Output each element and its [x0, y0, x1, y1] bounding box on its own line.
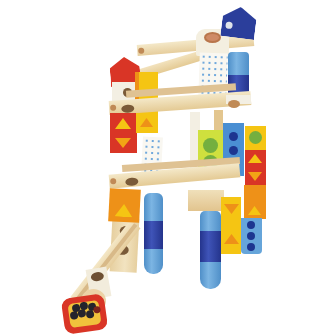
red-triangle-block: [245, 168, 266, 185]
pillar-left-top: [144, 193, 163, 222]
track-peg: [138, 47, 145, 54]
triangle-up: [114, 204, 133, 218]
pillar-center-bottom: [200, 262, 221, 289]
triangle-up: [224, 234, 239, 244]
pillar-left-middle: [144, 221, 163, 250]
red-triangle-block: [245, 150, 266, 168]
yellow-triangle-block: [136, 113, 158, 133]
marble-tray: [61, 293, 109, 335]
green-circle: [249, 131, 262, 144]
funnel-hole: [204, 32, 221, 43]
yellow-circle-block: [245, 126, 266, 150]
triangle-down: [248, 172, 262, 181]
triangle-down: [115, 138, 131, 148]
orange-block: [244, 185, 266, 202]
orange-triangle-block: [108, 188, 141, 223]
track-peg-dowel: [228, 100, 240, 108]
orange-triangle-block: [244, 202, 266, 219]
track-peg: [110, 104, 116, 110]
lightblue-dots-block: [241, 218, 262, 254]
yellow-triangle-block: [221, 197, 241, 254]
roof-peg: [225, 21, 233, 29]
triangle-up: [248, 154, 262, 163]
navy-roof-block: [220, 5, 258, 40]
base-block-wood: [188, 190, 224, 211]
blue-cylinder-block: [228, 52, 249, 76]
triangle-up: [248, 206, 261, 215]
pillar-left-bottom: [144, 249, 163, 274]
track-hole: [125, 177, 139, 186]
navy-dot: [247, 232, 255, 240]
pillar-center-middle: [200, 231, 221, 263]
navy-dot: [229, 132, 238, 141]
track-hole: [121, 104, 135, 113]
red-triangle-block: [110, 134, 137, 153]
navy-dot: [229, 146, 238, 155]
marble-run-photo: [0, 0, 336, 336]
ramp-end-hole: [90, 271, 104, 282]
red-triangle-block: [110, 113, 137, 134]
triangle-up: [115, 118, 131, 129]
navy-dot: [247, 221, 255, 229]
green-circle: [203, 138, 218, 153]
pillar-center-top: [200, 211, 221, 232]
navy-dot: [247, 243, 255, 251]
triangle-up: [140, 118, 153, 127]
triangle-down: [224, 204, 239, 214]
track-peg: [110, 178, 117, 185]
